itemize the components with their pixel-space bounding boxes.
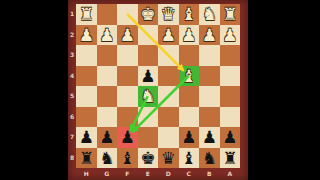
square-h7[interactable]: ♟ (76, 127, 97, 148)
square-d4[interactable] (158, 66, 179, 87)
square-h5[interactable] (76, 86, 97, 107)
square-h8[interactable]: ♜ (76, 148, 97, 169)
piece-white-rook: ♜ (79, 4, 94, 25)
rank-label-4: 4 (68, 72, 76, 80)
square-g3[interactable] (97, 45, 118, 66)
piece-black-pawn: ♟ (222, 127, 237, 148)
piece-white-pawn: ♟ (222, 25, 237, 46)
square-c5[interactable] (179, 86, 200, 107)
piece-white-knight: ♞ (202, 4, 217, 25)
square-c3[interactable] (179, 45, 200, 66)
piece-black-king: ♚ (140, 148, 155, 169)
square-h1[interactable]: ♜ (76, 4, 97, 25)
square-e2[interactable] (138, 25, 159, 46)
square-f1[interactable] (117, 4, 138, 25)
rank-label-8: 8 (68, 154, 76, 162)
piece-white-pawn: ♟ (120, 25, 135, 46)
square-b1[interactable]: ♞ (199, 4, 220, 25)
square-c6[interactable] (179, 107, 200, 128)
piece-black-pawn: ♟ (120, 127, 135, 148)
square-g2[interactable]: ♟ (97, 25, 118, 46)
piece-white-rook: ♜ (222, 4, 237, 25)
square-g1[interactable] (97, 4, 118, 25)
square-a1[interactable]: ♜ (220, 4, 241, 25)
square-a7[interactable]: ♟ (220, 127, 241, 148)
piece-black-rook: ♜ (222, 148, 237, 169)
square-c4[interactable]: ♝ (179, 66, 200, 87)
square-g4[interactable] (97, 66, 118, 87)
square-g5[interactable] (97, 86, 118, 107)
file-label-d: D (164, 170, 172, 178)
piece-white-pawn: ♟ (202, 25, 217, 46)
square-b8[interactable]: ♞ (199, 148, 220, 169)
square-f6[interactable] (117, 107, 138, 128)
square-h6[interactable] (76, 107, 97, 128)
square-g7[interactable]: ♟ (97, 127, 118, 148)
piece-black-pawn: ♟ (140, 66, 155, 87)
square-f5[interactable] (117, 86, 138, 107)
square-c2[interactable]: ♟ (179, 25, 200, 46)
piece-black-pawn: ♟ (99, 127, 114, 148)
video-frame: 12345678 HGFEDCBA ♜♚♛♝♞♜♟♟♟♟♟♟♟♟♝♞♟♟♟♟♟♟… (0, 0, 320, 180)
square-e8[interactable]: ♚ (138, 148, 159, 169)
square-e6[interactable] (138, 107, 159, 128)
square-d1[interactable]: ♛ (158, 4, 179, 25)
piece-black-bishop: ♝ (181, 148, 196, 169)
file-label-h: H (82, 170, 90, 178)
square-a3[interactable] (220, 45, 241, 66)
piece-white-bishop: ♝ (181, 4, 196, 25)
chessboard[interactable]: ♜♚♛♝♞♜♟♟♟♟♟♟♟♟♝♞♟♟♟♟♟♟♜♞♝♚♛♝♞♜ (76, 4, 240, 168)
square-f4[interactable] (117, 66, 138, 87)
square-g8[interactable]: ♞ (97, 148, 118, 169)
file-label-g: G (103, 170, 111, 178)
square-b3[interactable] (199, 45, 220, 66)
square-b6[interactable] (199, 107, 220, 128)
square-b4[interactable] (199, 66, 220, 87)
file-label-f: F (123, 170, 131, 178)
square-e1[interactable]: ♚ (138, 4, 159, 25)
square-b2[interactable]: ♟ (199, 25, 220, 46)
square-c7[interactable]: ♟ (179, 127, 200, 148)
square-e7[interactable] (138, 127, 159, 148)
square-a4[interactable] (220, 66, 241, 87)
square-d7[interactable] (158, 127, 179, 148)
square-a8[interactable]: ♜ (220, 148, 241, 169)
rank-label-2: 2 (68, 31, 76, 39)
file-label-b: B (205, 170, 213, 178)
rank-label-5: 5 (68, 92, 76, 100)
piece-white-knight: ♞ (140, 86, 155, 107)
square-d6[interactable] (158, 107, 179, 128)
square-a5[interactable] (220, 86, 241, 107)
file-label-e: E (144, 170, 152, 178)
square-b7[interactable]: ♟ (199, 127, 220, 148)
piece-black-bishop: ♝ (120, 148, 135, 169)
square-b5[interactable] (199, 86, 220, 107)
rank-label-6: 6 (68, 113, 76, 121)
piece-black-pawn: ♟ (79, 127, 94, 148)
square-h3[interactable] (76, 45, 97, 66)
piece-black-pawn: ♟ (181, 127, 196, 148)
square-e4[interactable]: ♟ (138, 66, 159, 87)
square-a6[interactable] (220, 107, 241, 128)
square-f3[interactable] (117, 45, 138, 66)
square-d5[interactable] (158, 86, 179, 107)
square-f7[interactable]: ♟ (117, 127, 138, 148)
square-d2[interactable]: ♟ (158, 25, 179, 46)
piece-white-pawn: ♟ (161, 25, 176, 46)
square-h4[interactable] (76, 66, 97, 87)
square-c8[interactable]: ♝ (179, 148, 200, 169)
piece-white-pawn: ♟ (79, 25, 94, 46)
square-f2[interactable]: ♟ (117, 25, 138, 46)
square-f8[interactable]: ♝ (117, 148, 138, 169)
square-e3[interactable] (138, 45, 159, 66)
square-g6[interactable] (97, 107, 118, 128)
piece-black-rook: ♜ (79, 148, 94, 169)
piece-white-queen: ♛ (161, 4, 176, 25)
square-d8[interactable]: ♛ (158, 148, 179, 169)
piece-white-king: ♚ (140, 4, 155, 25)
piece-black-knight: ♞ (99, 148, 114, 169)
file-label-a: A (226, 170, 234, 178)
file-label-c: C (185, 170, 193, 178)
rank-label-3: 3 (68, 51, 76, 59)
square-d3[interactable] (158, 45, 179, 66)
piece-white-pawn: ♟ (99, 25, 114, 46)
piece-black-knight: ♞ (202, 148, 217, 169)
piece-black-pawn: ♟ (202, 127, 217, 148)
piece-white-pawn: ♟ (181, 25, 196, 46)
square-e5[interactable]: ♞ (138, 86, 159, 107)
chessboard-frame: 12345678 HGFEDCBA ♜♚♛♝♞♜♟♟♟♟♟♟♟♟♝♞♟♟♟♟♟♟… (68, 0, 248, 180)
square-c1[interactable]: ♝ (179, 4, 200, 25)
square-a2[interactable]: ♟ (220, 25, 241, 46)
piece-white-bishop: ♝ (181, 66, 196, 87)
rank-label-7: 7 (68, 133, 76, 141)
square-h2[interactable]: ♟ (76, 25, 97, 46)
piece-black-queen: ♛ (161, 148, 176, 169)
rank-label-1: 1 (68, 10, 76, 18)
